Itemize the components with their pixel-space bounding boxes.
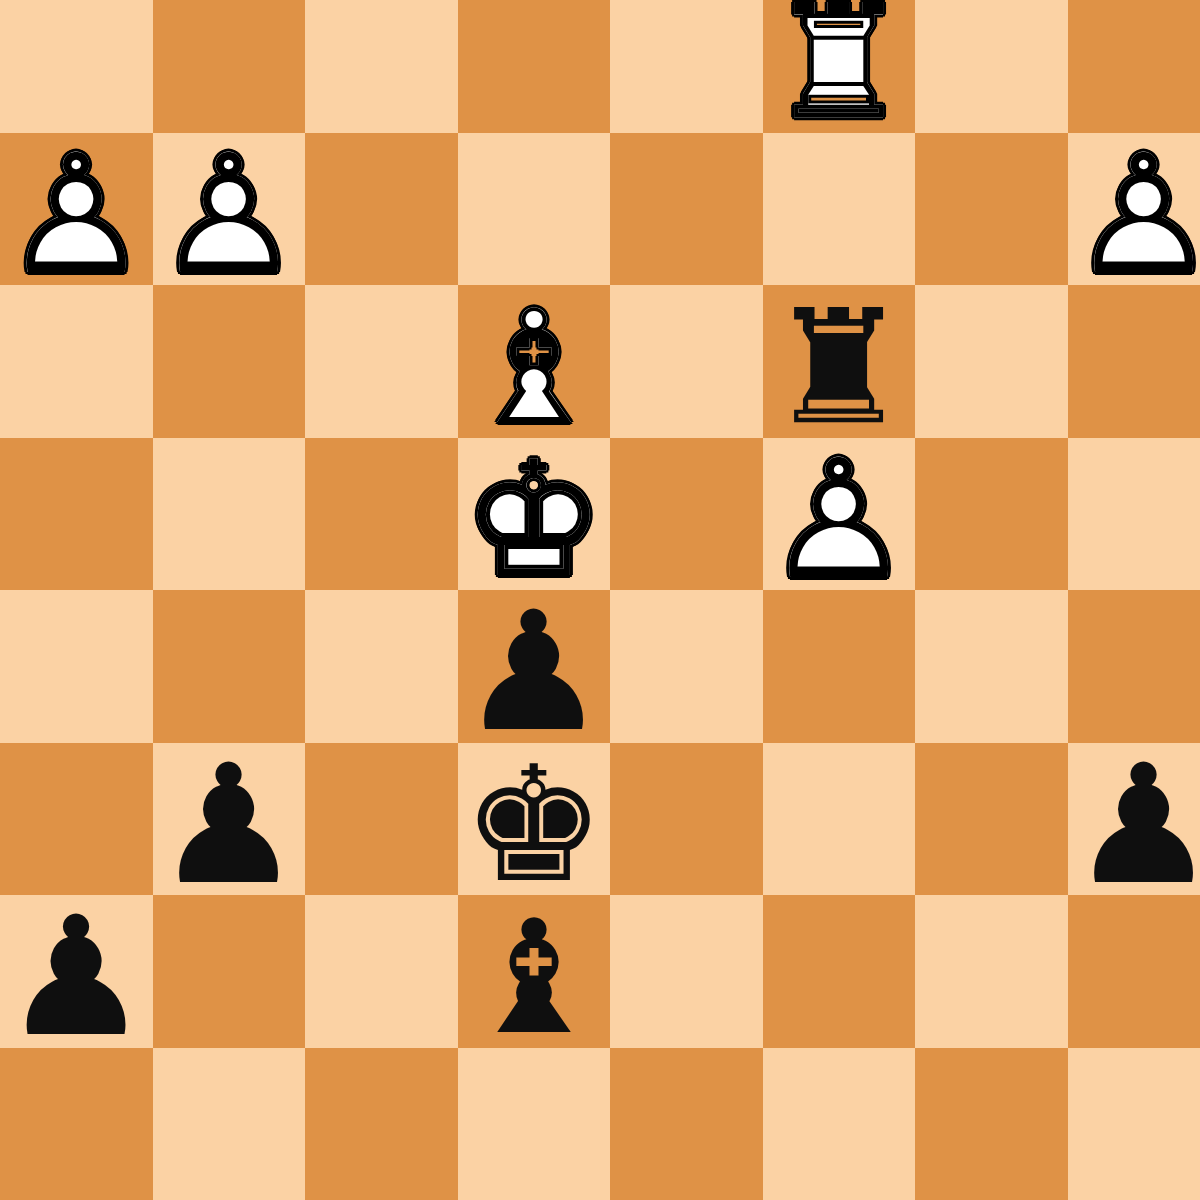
square-f1[interactable] bbox=[763, 1048, 916, 1200]
black-pawn-b3[interactable]: ♟ bbox=[153, 743, 306, 896]
square-f5[interactable]: ♟♙ bbox=[763, 438, 916, 591]
square-a4[interactable] bbox=[0, 590, 153, 743]
white-pawn-outline-glyph: ♙ bbox=[2, 133, 150, 298]
square-b8[interactable] bbox=[153, 0, 306, 133]
black-bishop-d2[interactable]: ♝ bbox=[458, 895, 611, 1048]
square-a8[interactable] bbox=[0, 0, 153, 133]
square-a2[interactable]: ♟ bbox=[0, 895, 153, 1048]
black-king-d3[interactable]: ♚ bbox=[458, 743, 611, 896]
white-pawn-f5[interactable]: ♟♙ bbox=[763, 438, 916, 591]
square-d3[interactable]: ♚ bbox=[458, 743, 611, 896]
white-pawn-outline-glyph: ♙ bbox=[155, 133, 303, 298]
square-c2[interactable] bbox=[305, 895, 458, 1048]
square-d1[interactable] bbox=[458, 1048, 611, 1200]
square-g6[interactable] bbox=[915, 285, 1068, 438]
square-d7[interactable] bbox=[458, 133, 611, 286]
black-pawn-glyph: ♟ bbox=[2, 895, 150, 1060]
square-e7[interactable] bbox=[610, 133, 763, 286]
square-h1[interactable] bbox=[1068, 1048, 1200, 1200]
square-c8[interactable] bbox=[305, 0, 458, 133]
square-f6[interactable]: ♜ bbox=[763, 285, 916, 438]
square-g4[interactable] bbox=[915, 590, 1068, 743]
white-pawn-h7[interactable]: ♟♙ bbox=[1068, 133, 1200, 286]
white-pawn-outline-glyph: ♙ bbox=[1070, 133, 1200, 298]
square-d5[interactable]: ♚♔ bbox=[458, 438, 611, 591]
chess-board: ♜♖♟♙♟♙♟♙♝♗♜♚♔♟♙♟♟♚♟♟♝ bbox=[0, 0, 1200, 1200]
black-pawn-a2[interactable]: ♟ bbox=[0, 895, 153, 1048]
square-f7[interactable] bbox=[763, 133, 916, 286]
square-g8[interactable] bbox=[915, 0, 1068, 133]
white-bishop-outline-glyph: ♗ bbox=[463, 289, 604, 446]
black-bishop-glyph: ♝ bbox=[463, 899, 604, 1056]
square-h5[interactable] bbox=[1068, 438, 1200, 591]
square-d6[interactable]: ♝♗ bbox=[458, 285, 611, 438]
square-e2[interactable] bbox=[610, 895, 763, 1048]
square-a3[interactable] bbox=[0, 743, 153, 896]
black-pawn-glyph: ♟ bbox=[1070, 743, 1200, 908]
square-e6[interactable] bbox=[610, 285, 763, 438]
black-pawn-glyph: ♟ bbox=[155, 743, 303, 908]
square-e4[interactable] bbox=[610, 590, 763, 743]
white-rook-f8[interactable]: ♜♖ bbox=[763, 0, 916, 133]
square-h4[interactable] bbox=[1068, 590, 1200, 743]
black-rook-f6[interactable]: ♜ bbox=[763, 285, 916, 438]
white-king-outline-glyph: ♔ bbox=[462, 440, 605, 600]
square-h3[interactable]: ♟ bbox=[1068, 743, 1200, 896]
square-c5[interactable] bbox=[305, 438, 458, 591]
square-b5[interactable] bbox=[153, 438, 306, 591]
black-pawn-h3[interactable]: ♟ bbox=[1068, 743, 1200, 896]
square-g1[interactable] bbox=[915, 1048, 1068, 1200]
square-b3[interactable]: ♟ bbox=[153, 743, 306, 896]
square-h8[interactable] bbox=[1068, 0, 1200, 133]
square-g7[interactable] bbox=[915, 133, 1068, 286]
square-d2[interactable]: ♝ bbox=[458, 895, 611, 1048]
square-e3[interactable] bbox=[610, 743, 763, 896]
square-c4[interactable] bbox=[305, 590, 458, 743]
white-pawn-b7[interactable]: ♟♙ bbox=[153, 133, 306, 286]
square-a7[interactable]: ♟♙ bbox=[0, 133, 153, 286]
square-c3[interactable] bbox=[305, 743, 458, 896]
white-pawn-outline-glyph: ♙ bbox=[765, 438, 913, 603]
square-f2[interactable] bbox=[763, 895, 916, 1048]
square-b4[interactable] bbox=[153, 590, 306, 743]
square-b7[interactable]: ♟♙ bbox=[153, 133, 306, 286]
white-king-d5[interactable]: ♚♔ bbox=[458, 438, 611, 591]
square-f8[interactable]: ♜♖ bbox=[763, 0, 916, 133]
square-g2[interactable] bbox=[915, 895, 1068, 1048]
square-c6[interactable] bbox=[305, 285, 458, 438]
square-c7[interactable] bbox=[305, 133, 458, 286]
white-rook-outline-glyph: ♖ bbox=[768, 0, 910, 142]
square-d8[interactable] bbox=[458, 0, 611, 133]
board-viewport: ♜♖♟♙♟♙♟♙♝♗♜♚♔♟♙♟♟♚♟♟♝ bbox=[0, 0, 1200, 1200]
square-f3[interactable] bbox=[763, 743, 916, 896]
square-e1[interactable] bbox=[610, 1048, 763, 1200]
square-e8[interactable] bbox=[610, 0, 763, 133]
square-g5[interactable] bbox=[915, 438, 1068, 591]
black-king-glyph: ♚ bbox=[462, 745, 605, 905]
white-pawn-a7[interactable]: ♟♙ bbox=[0, 133, 153, 286]
square-h7[interactable]: ♟♙ bbox=[1068, 133, 1200, 286]
square-a5[interactable] bbox=[0, 438, 153, 591]
square-c1[interactable] bbox=[305, 1048, 458, 1200]
white-bishop-d6[interactable]: ♝♗ bbox=[458, 285, 611, 438]
square-g3[interactable] bbox=[915, 743, 1068, 896]
square-b1[interactable] bbox=[153, 1048, 306, 1200]
square-e5[interactable] bbox=[610, 438, 763, 591]
